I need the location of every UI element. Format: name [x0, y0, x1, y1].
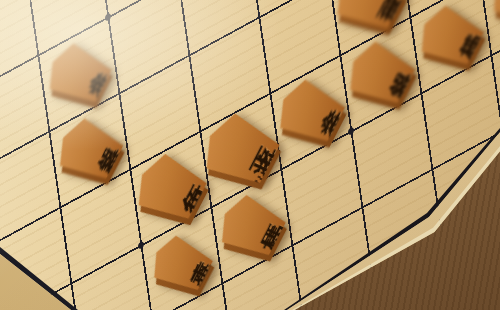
star-point	[348, 127, 355, 136]
piece-kanji: 金将	[303, 99, 317, 124]
star-point	[138, 241, 145, 250]
piece-kanji: 桂馬	[443, 24, 456, 48]
shogi-photo: 香車桂馬王将角行金将銀将桂馬香車飛車銀将金将	[0, 0, 500, 310]
piece-kanji: 銀将	[373, 61, 387, 86]
shogi-board: 香車桂馬王将角行金将銀将桂馬香車飛車銀将金将	[0, 0, 500, 310]
piece-kanji: 王将	[232, 136, 248, 165]
piece-kanji: 香車	[175, 252, 188, 275]
piece-kanji: 角行	[163, 175, 178, 202]
piece-kanji: 銀将	[82, 138, 95, 162]
piece-kanji: 飛車	[362, 0, 376, 11]
piece-kanji: 金将	[71, 62, 84, 85]
piece-kanji: 桂馬	[244, 213, 258, 239]
star-point	[105, 13, 112, 22]
